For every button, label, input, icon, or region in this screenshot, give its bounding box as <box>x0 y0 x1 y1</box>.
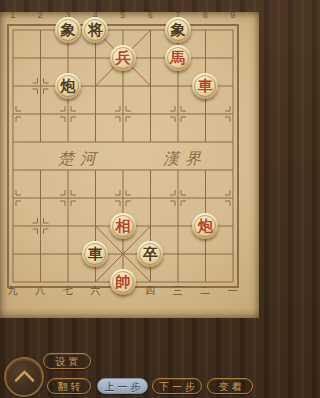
previous-move-button[interactable]: 上一步 <box>97 378 148 394</box>
piece-glyph: 馬 <box>170 51 185 66</box>
board-piece-grid: 象将象兵馬炮車相炮車卒帥 <box>0 16 247 296</box>
piece-glyph: 車 <box>88 247 103 262</box>
piece-red-兵[interactable]: 兵 <box>110 45 136 71</box>
piece-black-将[interactable]: 将 <box>82 17 108 43</box>
piece-red-相[interactable]: 相 <box>110 213 136 239</box>
collapse-button[interactable] <box>4 357 44 397</box>
piece-black-卒[interactable]: 卒 <box>137 241 163 267</box>
settings-button[interactable]: 设置 <box>43 353 91 369</box>
chevron-up-icon <box>13 369 34 390</box>
piece-glyph: 兵 <box>115 51 130 66</box>
piece-red-車[interactable]: 車 <box>192 73 218 99</box>
piece-glyph: 炮 <box>60 79 75 94</box>
piece-glyph: 炮 <box>198 219 213 234</box>
control-bar: 设置 翻转 上一步 下一步 变着 <box>0 318 259 398</box>
piece-glyph: 卒 <box>143 247 158 262</box>
piece-glyph: 帥 <box>115 275 130 290</box>
piece-glyph: 象 <box>60 23 75 38</box>
xiangqi-app: 123456789 九八七六五四三二一 楚河 漢界 象将象兵馬炮車相炮車卒帥 设… <box>0 0 259 398</box>
piece-glyph: 相 <box>115 219 130 234</box>
variation-button[interactable]: 变着 <box>207 378 253 394</box>
piece-black-炮[interactable]: 炮 <box>55 73 81 99</box>
piece-red-馬[interactable]: 馬 <box>165 45 191 71</box>
board-panel: 123456789 九八七六五四三二一 楚河 漢界 象将象兵馬炮車相炮車卒帥 <box>0 12 259 318</box>
piece-glyph: 将 <box>88 23 103 38</box>
piece-black-車[interactable]: 車 <box>82 241 108 267</box>
piece-glyph: 車 <box>198 79 213 94</box>
next-move-button[interactable]: 下一步 <box>152 378 202 394</box>
piece-glyph: 象 <box>170 23 185 38</box>
piece-red-帥[interactable]: 帥 <box>110 269 136 295</box>
piece-red-炮[interactable]: 炮 <box>192 213 218 239</box>
piece-black-象[interactable]: 象 <box>165 17 191 43</box>
flip-board-button[interactable]: 翻转 <box>47 378 91 394</box>
piece-black-象[interactable]: 象 <box>55 17 81 43</box>
